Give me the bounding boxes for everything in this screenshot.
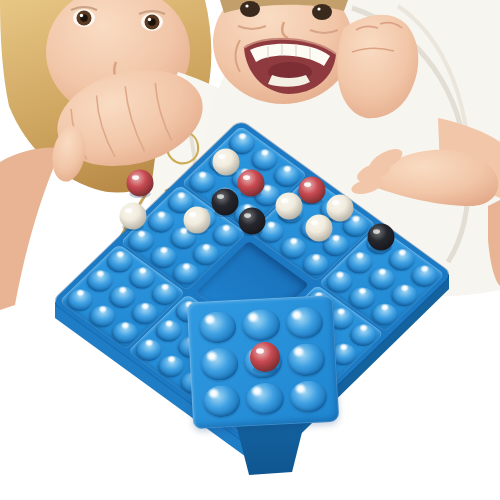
dimple [242, 379, 287, 418]
boy-mouth [236, 39, 346, 94]
dimple [197, 345, 242, 384]
girl-eye-right [139, 11, 165, 31]
dimple [238, 305, 283, 344]
product-photo [0, 0, 500, 500]
dimple [282, 303, 327, 342]
boy-eye-right [310, 4, 338, 33]
boy-nose [282, 22, 288, 38]
girl-arm [0, 148, 62, 310]
boy-hair [220, 0, 348, 13]
boy-face [213, 0, 353, 104]
boy-hood-edge [398, 6, 470, 190]
dimple [240, 342, 285, 381]
dimple [195, 308, 240, 347]
dimple [199, 382, 244, 421]
boy-hand-on-cheek [337, 15, 418, 119]
marble-red [127, 170, 154, 199]
boy-lower-teeth [268, 75, 310, 87]
girl-face [46, 0, 190, 118]
girl-nose [114, 62, 120, 81]
boy-upper-teeth [250, 44, 330, 66]
boy-forearm [438, 118, 500, 198]
dimple [286, 377, 331, 416]
dimple [284, 340, 329, 379]
loose-tile [187, 295, 339, 429]
boy-eye-left [238, 1, 266, 29]
girl-eye-left [71, 7, 97, 27]
